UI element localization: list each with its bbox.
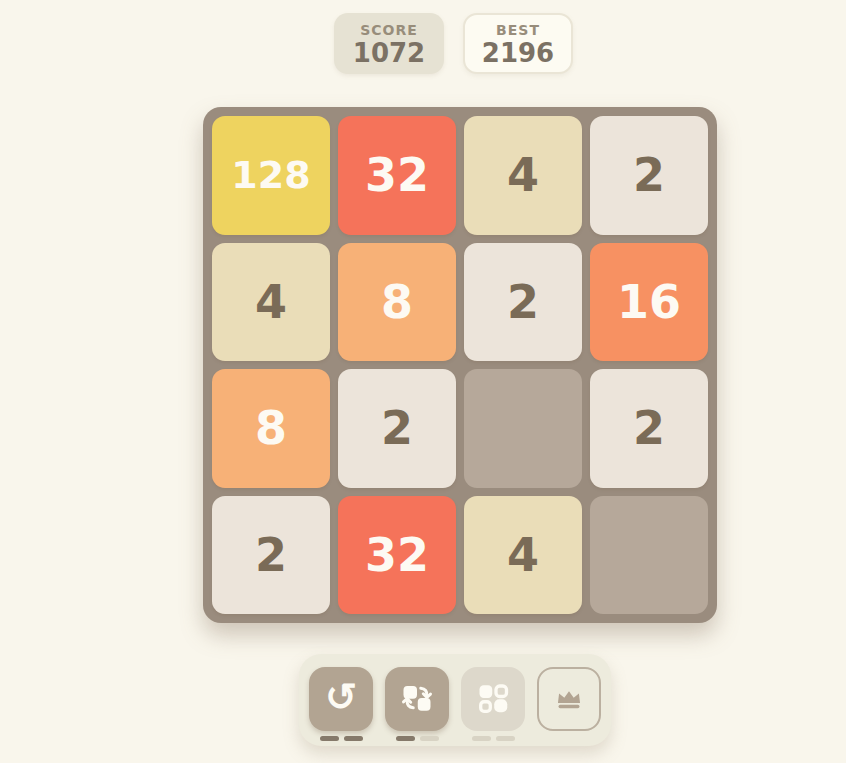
charge-dash-on xyxy=(344,736,363,741)
blocks-button[interactable] xyxy=(461,667,525,731)
tile-8: 8 xyxy=(338,243,456,362)
swap-icon xyxy=(399,680,435,719)
tile-32: 32 xyxy=(338,116,456,235)
premium-button[interactable] xyxy=(537,667,601,731)
blocks-icon xyxy=(475,680,511,719)
game-screen: SCORE 1072 BEST 2196 1283242482168222324… xyxy=(0,0,846,763)
charge-dash-off xyxy=(472,736,491,741)
tile-32: 32 xyxy=(338,496,456,615)
charge-dash-on xyxy=(320,736,339,741)
undo-icon: ↺ xyxy=(325,678,357,716)
charge-dash-on xyxy=(396,736,415,741)
swap-button[interactable] xyxy=(385,667,449,731)
tile-2: 2 xyxy=(338,369,456,488)
premium-tool xyxy=(537,667,601,741)
charge-dash-off xyxy=(496,736,515,741)
blocks-charges xyxy=(472,736,515,741)
tile-2: 2 xyxy=(590,116,708,235)
tile-2: 2 xyxy=(590,369,708,488)
undo-charges xyxy=(320,736,363,741)
score-value: 1072 xyxy=(353,40,425,66)
charge-dash-off xyxy=(420,736,439,741)
tile-2: 2 xyxy=(464,243,582,362)
best-panel: BEST 2196 xyxy=(463,13,573,74)
score-panels: SCORE 1072 BEST 2196 xyxy=(334,13,573,74)
score-panel: SCORE 1072 xyxy=(334,13,444,74)
swap-tool xyxy=(385,667,449,741)
toolbar: ↺ xyxy=(299,654,611,746)
board-grid[interactable]: 1283242482168222324 xyxy=(203,107,717,623)
tile-4: 4 xyxy=(212,243,330,362)
tile-8: 8 xyxy=(212,369,330,488)
best-label: BEST xyxy=(496,22,540,38)
empty-cell xyxy=(464,369,582,488)
crown-icon xyxy=(552,681,586,718)
swap-charges xyxy=(396,736,439,741)
tile-16: 16 xyxy=(590,243,708,362)
tile-4: 4 xyxy=(464,496,582,615)
undo-button[interactable]: ↺ xyxy=(309,667,373,731)
blocks-tool xyxy=(461,667,525,741)
undo-tool: ↺ xyxy=(309,667,373,741)
score-label: SCORE xyxy=(360,22,418,38)
tile-2: 2 xyxy=(212,496,330,615)
empty-cell xyxy=(590,496,708,615)
tile-4: 4 xyxy=(464,116,582,235)
best-value: 2196 xyxy=(482,40,554,66)
tile-128: 128 xyxy=(212,116,330,235)
